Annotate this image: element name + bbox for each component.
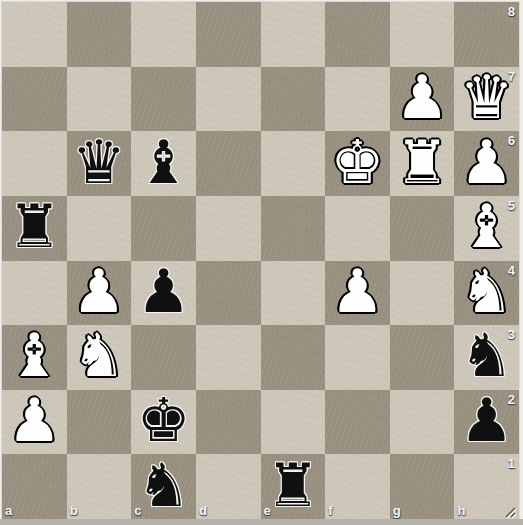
square-b5[interactable] — [67, 196, 132, 261]
file-label-a: a — [5, 503, 12, 518]
piece-white-pawn[interactable]: ♟ — [2, 390, 67, 453]
square-d3[interactable] — [196, 325, 261, 390]
square-h1[interactable]: 1h — [454, 454, 519, 519]
rank-label-3: 3 — [508, 327, 515, 342]
square-f5[interactable] — [325, 196, 390, 261]
square-f7[interactable] — [325, 67, 390, 132]
square-e1[interactable]: ♜e — [261, 454, 326, 519]
square-g4[interactable] — [390, 261, 455, 326]
rank-label-8: 8 — [508, 4, 515, 19]
square-f1[interactable]: f — [325, 454, 390, 519]
square-f3[interactable] — [325, 325, 390, 390]
square-b1[interactable]: b — [67, 454, 132, 519]
board-bottom-edge — [0, 519, 523, 525]
square-a6[interactable] — [2, 131, 67, 196]
square-b2[interactable] — [67, 390, 132, 455]
square-a8[interactable] — [2, 2, 67, 67]
chess-board: 8♟♛7♛♝♚♜♟6♜♝5♟♟♟♞4♝♞♞3♟♚♟2ab♞cd♜efg1h — [2, 2, 519, 519]
piece-black-bishop[interactable]: ♝ — [131, 131, 196, 194]
square-e5[interactable] — [261, 196, 326, 261]
square-c7[interactable] — [131, 67, 196, 132]
square-d8[interactable] — [196, 2, 261, 67]
square-h6[interactable]: ♟6 — [454, 131, 519, 196]
file-label-h: h — [457, 503, 465, 518]
piece-black-rook[interactable]: ♜ — [2, 196, 67, 259]
square-c6[interactable]: ♝ — [131, 131, 196, 196]
file-label-c: c — [134, 503, 141, 518]
chess-board-frame: 8♟♛7♛♝♚♜♟6♜♝5♟♟♟♞4♝♞♞3♟♚♟2ab♞cd♜efg1h — [0, 0, 523, 525]
file-label-g: g — [393, 503, 401, 518]
square-b6[interactable]: ♛ — [67, 131, 132, 196]
piece-white-pawn[interactable]: ♟ — [67, 261, 132, 324]
square-g8[interactable] — [390, 2, 455, 67]
square-b7[interactable] — [67, 67, 132, 132]
rank-label-4: 4 — [508, 263, 515, 278]
piece-black-queen[interactable]: ♛ — [67, 131, 132, 194]
rank-label-5: 5 — [508, 198, 515, 213]
square-e6[interactable] — [261, 131, 326, 196]
square-f6[interactable]: ♚ — [325, 131, 390, 196]
piece-white-pawn[interactable]: ♟ — [390, 67, 455, 130]
square-f8[interactable] — [325, 2, 390, 67]
piece-white-rook[interactable]: ♜ — [390, 131, 455, 194]
square-d4[interactable] — [196, 261, 261, 326]
piece-white-king[interactable]: ♚ — [325, 131, 390, 194]
square-d7[interactable] — [196, 67, 261, 132]
square-e7[interactable] — [261, 67, 326, 132]
square-h3[interactable]: ♞3 — [454, 325, 519, 390]
square-d6[interactable] — [196, 131, 261, 196]
board-resize-handle-icon[interactable] — [505, 505, 517, 517]
square-c1[interactable]: ♞c — [131, 454, 196, 519]
piece-black-king[interactable]: ♚ — [131, 390, 196, 453]
square-c4[interactable]: ♟ — [131, 261, 196, 326]
square-b4[interactable]: ♟ — [67, 261, 132, 326]
square-g1[interactable]: g — [390, 454, 455, 519]
square-h5[interactable]: ♝5 — [454, 196, 519, 261]
square-h2[interactable]: ♟2 — [454, 390, 519, 455]
square-e4[interactable] — [261, 261, 326, 326]
piece-white-knight[interactable]: ♞ — [67, 325, 132, 388]
square-c8[interactable] — [131, 2, 196, 67]
square-h7[interactable]: ♛7 — [454, 67, 519, 132]
square-d5[interactable] — [196, 196, 261, 261]
square-h8[interactable]: 8 — [454, 2, 519, 67]
square-h4[interactable]: ♞4 — [454, 261, 519, 326]
file-label-e: e — [264, 503, 271, 518]
piece-black-pawn[interactable]: ♟ — [131, 261, 196, 324]
square-e2[interactable] — [261, 390, 326, 455]
square-g6[interactable]: ♜ — [390, 131, 455, 196]
file-label-d: d — [199, 503, 207, 518]
piece-white-pawn[interactable]: ♟ — [325, 261, 390, 324]
rank-label-2: 2 — [508, 392, 515, 407]
square-a1[interactable]: a — [2, 454, 67, 519]
square-a4[interactable] — [2, 261, 67, 326]
square-d1[interactable]: d — [196, 454, 261, 519]
square-a2[interactable]: ♟ — [2, 390, 67, 455]
square-g7[interactable]: ♟ — [390, 67, 455, 132]
square-c3[interactable] — [131, 325, 196, 390]
square-a7[interactable] — [2, 67, 67, 132]
file-label-f: f — [328, 503, 332, 518]
piece-white-bishop[interactable]: ♝ — [2, 325, 67, 388]
rank-label-7: 7 — [508, 69, 515, 84]
square-e3[interactable] — [261, 325, 326, 390]
square-c2[interactable]: ♚ — [131, 390, 196, 455]
rank-label-1: 1 — [508, 456, 515, 471]
square-d2[interactable] — [196, 390, 261, 455]
square-e8[interactable] — [261, 2, 326, 67]
square-g2[interactable] — [390, 390, 455, 455]
square-b8[interactable] — [67, 2, 132, 67]
file-label-b: b — [70, 503, 78, 518]
square-b3[interactable]: ♞ — [67, 325, 132, 390]
rank-label-6: 6 — [508, 133, 515, 148]
square-g5[interactable] — [390, 196, 455, 261]
square-c5[interactable] — [131, 196, 196, 261]
square-a5[interactable]: ♜ — [2, 196, 67, 261]
square-a3[interactable]: ♝ — [2, 325, 67, 390]
square-f4[interactable]: ♟ — [325, 261, 390, 326]
square-f2[interactable] — [325, 390, 390, 455]
square-g3[interactable] — [390, 325, 455, 390]
